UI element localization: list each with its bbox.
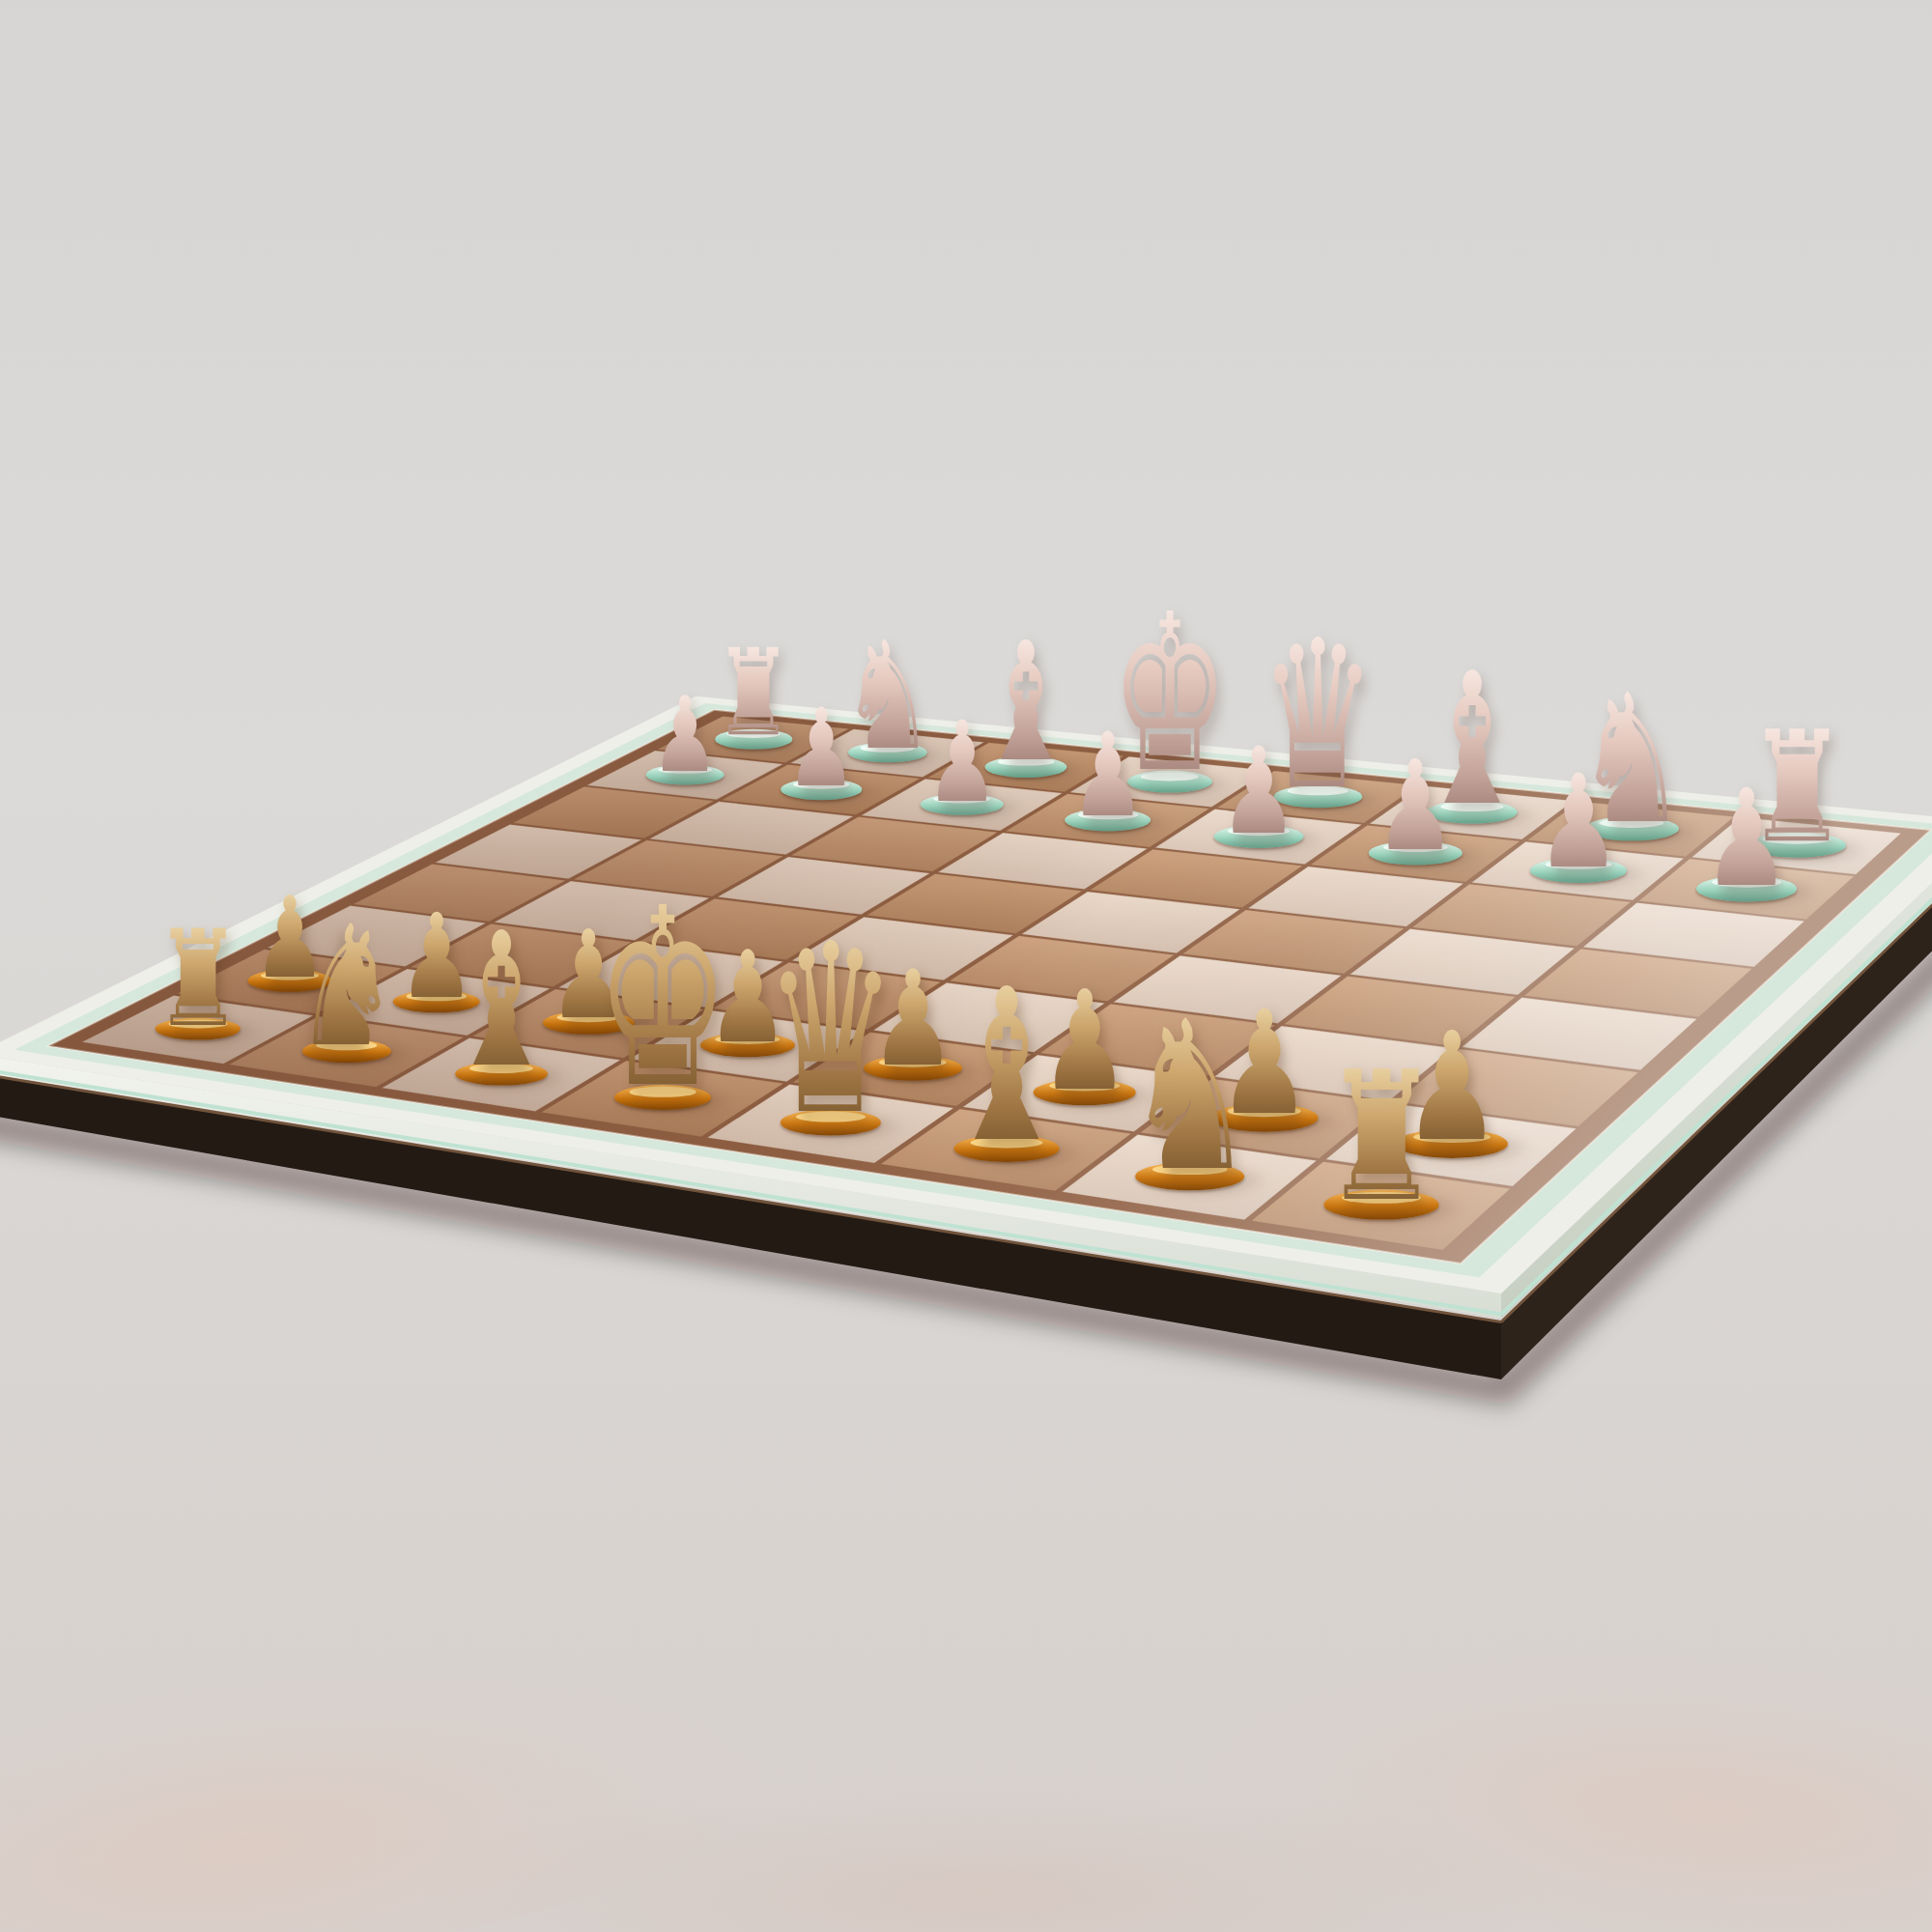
piece-white-king-e1[interactable]: ♚	[596, 876, 730, 1122]
scene: ♜♞♝♟♚♟♛♟♝♟♞♟♜♟♟♟♟♟♟♜♟♞♟♝♟♚♟♛♟♝♞♜	[0, 0, 1932, 1932]
piece-black-pawn-h7[interactable]: ♟	[651, 683, 719, 787]
piece-white-bishop-c1[interactable]: ♝	[945, 962, 1067, 1172]
piece-white-rook-h1[interactable]: ♜	[154, 913, 241, 1046]
piece-white-queen-d1[interactable]: ♛	[764, 914, 897, 1149]
piece-white-rook-a1[interactable]: ♜	[1322, 1048, 1440, 1227]
piece-black-pawn-a7[interactable]: ♟	[1703, 771, 1790, 905]
piece-black-pawn-b7[interactable]: ♟	[1536, 757, 1619, 887]
piece-black-rook-h8[interactable]: ♜	[714, 635, 793, 754]
piece-black-pawn-d7[interactable]: ♟	[1220, 731, 1297, 851]
piece-black-pawn-e7[interactable]: ♟	[1070, 719, 1145, 835]
piece-white-bishop-f1[interactable]: ♝	[447, 909, 555, 1094]
piece-white-knight-g1[interactable]: ♞	[294, 904, 399, 1071]
pieces-layer: ♜♞♝♟♚♟♛♟♝♟♞♟♜♟♟♟♟♟♟♜♟♞♟♝♟♚♟♛♟♝♞♜	[0, 0, 1932, 1932]
piece-black-pawn-g7[interactable]: ♟	[786, 695, 856, 803]
piece-black-pawn-f7[interactable]: ♟	[925, 706, 998, 818]
piece-white-knight-b1[interactable]: ♞	[1124, 994, 1254, 1200]
piece-black-pawn-c7[interactable]: ♟	[1376, 744, 1456, 868]
